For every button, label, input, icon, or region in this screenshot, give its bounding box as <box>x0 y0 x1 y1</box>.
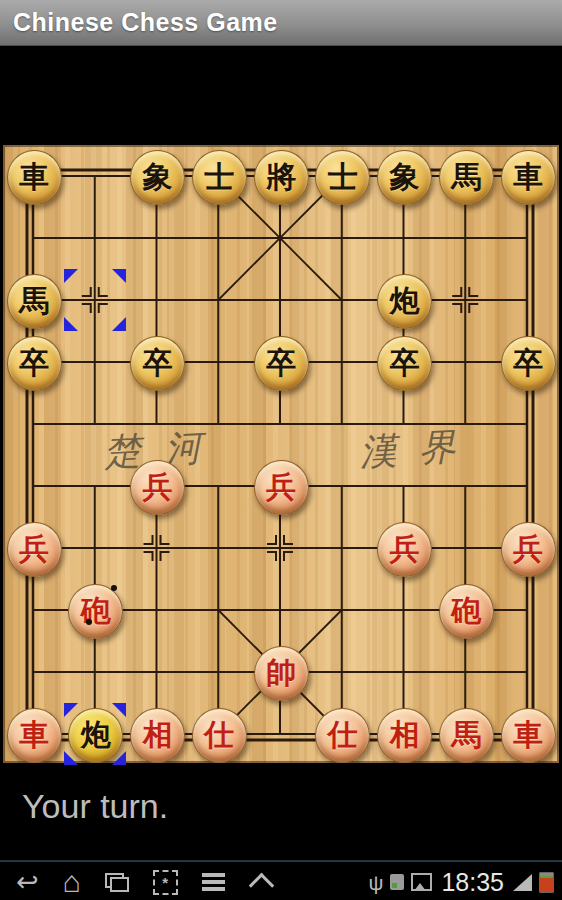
piece-black-cannon[interactable]: 炮 <box>68 708 123 763</box>
piece-black-chariot[interactable]: 車 <box>7 150 62 205</box>
navbar-left: ↩ ⌂ * <box>16 867 368 897</box>
xiangqi-board[interactable]: 楚河漢界 車象士將士象馬車馬炮卒卒卒卒卒炮兵兵兵兵兵砲砲帥車相仕仕相馬車 <box>3 145 559 763</box>
piece-red-horse[interactable]: 馬 <box>439 708 494 763</box>
screen: Chinese Chess Game 楚河漢界 車象士將士象馬車馬炮卒卒卒卒卒炮… <box>0 0 562 900</box>
piece-black-cannon[interactable]: 炮 <box>377 274 432 329</box>
piece-black-advisor[interactable]: 士 <box>192 150 247 205</box>
battery-icon <box>539 872 554 893</box>
android-navbar: ↩ ⌂ * ψ 18:35 <box>0 860 562 900</box>
piece-black-soldier[interactable]: 卒 <box>501 336 556 391</box>
piece-red-advisor[interactable]: 仕 <box>192 708 247 763</box>
chevron-up-icon[interactable] <box>249 873 274 898</box>
piece-red-soldier[interactable]: 兵 <box>501 522 556 577</box>
piece-red-soldier[interactable]: 兵 <box>254 460 309 515</box>
piece-black-elephant[interactable]: 象 <box>130 150 185 205</box>
piece-red-cannon[interactable]: 砲 <box>68 584 123 639</box>
screenshot-icon[interactable]: * <box>153 870 178 895</box>
piece-black-horse[interactable]: 馬 <box>7 274 62 329</box>
back-icon[interactable]: ↩ <box>16 869 39 896</box>
navbar-right: ψ 18:35 <box>368 868 554 897</box>
usb-icon: ψ <box>368 872 383 893</box>
sdcard-icon <box>390 874 404 890</box>
piece-black-soldier[interactable]: 卒 <box>254 336 309 391</box>
home-icon[interactable]: ⌂ <box>63 867 81 897</box>
piece-black-general[interactable]: 將 <box>254 150 309 205</box>
piece-black-soldier[interactable]: 卒 <box>130 336 185 391</box>
signal-icon <box>513 874 532 891</box>
piece-black-chariot[interactable]: 車 <box>501 150 556 205</box>
turn-status-text: Your turn. <box>22 787 168 826</box>
gallery-icon <box>411 873 432 891</box>
piece-black-advisor[interactable]: 士 <box>315 150 370 205</box>
piece-red-chariot[interactable]: 車 <box>501 708 556 763</box>
piece-black-soldier[interactable]: 卒 <box>7 336 62 391</box>
piece-red-soldier[interactable]: 兵 <box>130 460 185 515</box>
piece-red-elephant[interactable]: 相 <box>130 708 185 763</box>
piece-red-elephant[interactable]: 相 <box>377 708 432 763</box>
piece-red-soldier[interactable]: 兵 <box>377 522 432 577</box>
status-band: Your turn. <box>0 763 562 860</box>
piece-black-horse[interactable]: 馬 <box>439 150 494 205</box>
clock-label: 18:35 <box>441 868 504 897</box>
move-dot <box>111 585 117 591</box>
move-dot <box>86 619 92 625</box>
menu-icon[interactable] <box>202 873 225 891</box>
recents-icon[interactable] <box>105 873 129 892</box>
piece-red-soldier[interactable]: 兵 <box>7 522 62 577</box>
piece-red-cannon[interactable]: 砲 <box>439 584 494 639</box>
piece-black-soldier[interactable]: 卒 <box>377 336 432 391</box>
piece-red-advisor[interactable]: 仕 <box>315 708 370 763</box>
piece-black-elephant[interactable]: 象 <box>377 150 432 205</box>
title-bar: Chinese Chess Game <box>0 0 562 46</box>
piece-red-general[interactable]: 帥 <box>254 646 309 701</box>
app-title: Chinese Chess Game <box>13 8 278 37</box>
piece-red-chariot[interactable]: 車 <box>7 708 62 763</box>
